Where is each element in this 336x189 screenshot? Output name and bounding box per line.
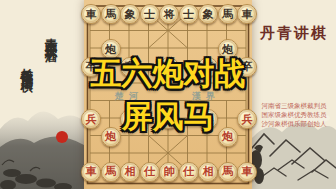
red-piece-n: 馬 [218,162,238,182]
board-grid [84,0,252,189]
red-piece-r: 車 [81,162,101,182]
red-sun [56,131,68,143]
ink-mountain-painting [0,95,84,189]
channel-name: 丹青讲棋 [252,24,336,43]
red-piece-k: 帥 [159,162,179,182]
red-piece-n: 馬 [101,162,121,182]
black-piece-k: 将 [159,4,179,24]
red-piece-a: 仕 [179,162,199,182]
xiangqi-board: 楚河 漢界 車馬象士将士象馬車炮炮卒卒卒卒卒兵兵兵兵兵炮炮車馬相仕帥仕相馬車 [84,0,252,189]
black-piece-b: 象 [198,4,218,24]
couplet-line-left: 长日惟消一局棋 [20,58,34,72]
credentials-text: 河南省三级象棋裁判员 国家级象棋优秀教练员 沙河象棋俱乐部创始人 [252,101,336,128]
black-piece-b: 象 [120,4,140,24]
credential-line: 国家级象棋优秀教练员 [252,110,336,119]
black-piece-r: 車 [237,4,257,24]
right-panel: 丹青讲棋 河南省三级象棋裁判员 国家级象棋优秀教练员 沙河象棋俱乐部创始人 [252,0,336,189]
black-piece-r: 車 [81,4,101,24]
video-thumbnail: { "game": "xiangqi", "position": { "fen"… [0,0,336,189]
black-piece-n: 馬 [218,4,238,24]
credential-line: 沙河象棋俱乐部创始人 [252,119,336,128]
couplet-line-right: 青山不厌三杯酒 [44,28,58,42]
red-piece-a: 仕 [140,162,160,182]
title-line-1: 五六炮对战 [84,57,252,91]
left-art-panel: 青山不厌三杯酒 长日惟消一局棋 [0,0,84,189]
credential-line: 河南省三级象棋裁判员 [252,101,336,110]
black-piece-n: 馬 [101,4,121,24]
red-piece-b: 相 [120,162,140,182]
red-piece-r: 車 [237,162,257,182]
red-piece-b: 相 [198,162,218,182]
title-line-2: 屏风马 [84,100,252,134]
black-piece-a: 士 [140,4,160,24]
black-piece-a: 士 [179,4,199,24]
